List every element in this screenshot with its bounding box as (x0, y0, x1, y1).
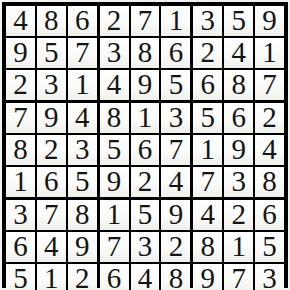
cell-r5c9[interactable]: 4 (255, 135, 284, 165)
cell-r8c5[interactable]: 3 (131, 232, 160, 262)
cell-r5c4[interactable]: 5 (100, 135, 129, 165)
cell-r9c6[interactable]: 8 (161, 264, 190, 290)
cell-r3c9[interactable]: 7 (255, 70, 284, 100)
cell-r3c2[interactable]: 3 (37, 70, 66, 100)
cell-r8c3[interactable]: 9 (68, 232, 97, 262)
cell-r7c3[interactable]: 8 (68, 200, 97, 230)
cell-r2c5[interactable]: 8 (131, 38, 160, 68)
cell-r8c6[interactable]: 2 (161, 232, 190, 262)
sudoku-box-2: 271386495 (100, 6, 191, 100)
cell-r6c3[interactable]: 5 (68, 167, 97, 197)
cell-r9c4[interactable]: 6 (100, 264, 129, 290)
cell-r5c3[interactable]: 3 (68, 135, 97, 165)
cell-r9c7[interactable]: 9 (193, 264, 222, 290)
sudoku-box-8: 159732648 (100, 200, 191, 290)
cell-r2c2[interactable]: 5 (37, 38, 66, 68)
cell-r2c6[interactable]: 6 (161, 38, 190, 68)
cell-r4c7[interactable]: 5 (193, 103, 222, 133)
cell-r1c2[interactable]: 8 (37, 6, 66, 36)
cell-r7c8[interactable]: 2 (224, 200, 253, 230)
sudoku-box-9: 426815973 (193, 200, 284, 290)
cell-r6c1[interactable]: 1 (6, 167, 35, 197)
cell-r3c6[interactable]: 5 (161, 70, 190, 100)
cell-r6c9[interactable]: 8 (255, 167, 284, 197)
cell-r9c2[interactable]: 1 (37, 264, 66, 290)
cell-r4c4[interactable]: 8 (100, 103, 129, 133)
cell-r3c5[interactable]: 9 (131, 70, 160, 100)
cell-r4c9[interactable]: 2 (255, 103, 284, 133)
cell-r6c2[interactable]: 6 (37, 167, 66, 197)
cell-r4c3[interactable]: 4 (68, 103, 97, 133)
cell-r6c7[interactable]: 7 (193, 167, 222, 197)
cell-r5c2[interactable]: 2 (37, 135, 66, 165)
cell-r6c4[interactable]: 9 (100, 167, 129, 197)
cell-r4c8[interactable]: 6 (224, 103, 253, 133)
cell-r2c4[interactable]: 3 (100, 38, 129, 68)
cell-r1c6[interactable]: 1 (161, 6, 190, 36)
cell-r9c8[interactable]: 7 (224, 264, 253, 290)
cell-r6c8[interactable]: 3 (224, 167, 253, 197)
cell-r7c9[interactable]: 6 (255, 200, 284, 230)
cell-r2c1[interactable]: 9 (6, 38, 35, 68)
cell-r9c5[interactable]: 4 (131, 264, 160, 290)
cell-r4c1[interactable]: 7 (6, 103, 35, 133)
cell-r8c9[interactable]: 5 (255, 232, 284, 262)
cell-r9c3[interactable]: 2 (68, 264, 97, 290)
cell-r1c8[interactable]: 5 (224, 6, 253, 36)
cell-r5c8[interactable]: 9 (224, 135, 253, 165)
cell-r5c7[interactable]: 1 (193, 135, 222, 165)
cell-r1c7[interactable]: 3 (193, 6, 222, 36)
cell-r7c2[interactable]: 7 (37, 200, 66, 230)
cell-r8c4[interactable]: 7 (100, 232, 129, 262)
cell-r7c7[interactable]: 4 (193, 200, 222, 230)
sudoku-box-7: 378649512 (6, 200, 97, 290)
cell-r3c3[interactable]: 1 (68, 70, 97, 100)
cell-r2c7[interactable]: 2 (193, 38, 222, 68)
cell-r3c7[interactable]: 6 (193, 70, 222, 100)
sudoku-box-3: 359241687 (193, 6, 284, 100)
cell-r5c5[interactable]: 6 (131, 135, 160, 165)
cell-r3c8[interactable]: 8 (224, 70, 253, 100)
cell-r1c4[interactable]: 2 (100, 6, 129, 36)
cell-r3c1[interactable]: 2 (6, 70, 35, 100)
cell-r5c6[interactable]: 7 (161, 135, 190, 165)
cell-r6c5[interactable]: 2 (131, 167, 160, 197)
cell-r4c5[interactable]: 1 (131, 103, 160, 133)
sudoku-page: 4869572312713864953592416877948231658135… (0, 0, 290, 290)
cell-r2c3[interactable]: 7 (68, 38, 97, 68)
cell-r8c2[interactable]: 4 (37, 232, 66, 262)
cell-r9c9[interactable]: 3 (255, 264, 284, 290)
cell-r6c6[interactable]: 4 (161, 167, 190, 197)
cell-r8c8[interactable]: 1 (224, 232, 253, 262)
cell-r4c6[interactable]: 3 (161, 103, 190, 133)
cell-r1c9[interactable]: 9 (255, 6, 284, 36)
sudoku-box-5: 813567924 (100, 103, 191, 197)
cell-r7c6[interactable]: 9 (161, 200, 190, 230)
cell-r9c1[interactable]: 5 (6, 264, 35, 290)
cell-r3c4[interactable]: 4 (100, 70, 129, 100)
cell-r7c5[interactable]: 5 (131, 200, 160, 230)
sudoku-box-1: 486957231 (6, 6, 97, 100)
cell-r7c1[interactable]: 3 (6, 200, 35, 230)
cell-r1c1[interactable]: 4 (6, 6, 35, 36)
sudoku-box-4: 794823165 (6, 103, 97, 197)
cell-r5c1[interactable]: 8 (6, 135, 35, 165)
cell-r8c7[interactable]: 8 (193, 232, 222, 262)
cell-r7c4[interactable]: 1 (100, 200, 129, 230)
cell-r8c1[interactable]: 6 (6, 232, 35, 262)
cell-r2c9[interactable]: 1 (255, 38, 284, 68)
cell-r1c3[interactable]: 6 (68, 6, 97, 36)
cell-r1c5[interactable]: 7 (131, 6, 160, 36)
sudoku-board: 4869572312713864953592416877948231658135… (2, 2, 288, 288)
sudoku-box-6: 562194738 (193, 103, 284, 197)
cell-r2c8[interactable]: 4 (224, 38, 253, 68)
cell-r4c2[interactable]: 9 (37, 103, 66, 133)
